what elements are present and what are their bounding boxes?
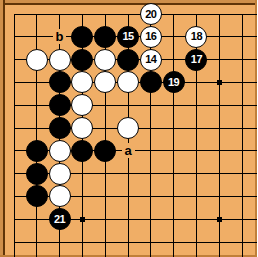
star-point (80, 217, 85, 222)
black-stone (117, 49, 139, 71)
white-stone (71, 94, 93, 116)
stone-14: 14 (140, 49, 162, 71)
move-number: 15 (122, 31, 133, 42)
move-number: 19 (168, 77, 179, 88)
black-stone (140, 71, 162, 93)
point-label-b: b (53, 29, 66, 44)
grid-horizontal-line (14, 242, 258, 243)
grid-vertical-line (242, 14, 243, 257)
white-stone (49, 163, 71, 185)
white-stone (71, 117, 93, 139)
grid-horizontal-line (14, 14, 258, 15)
move-number: 20 (145, 9, 156, 20)
stone-19: 19 (163, 71, 185, 93)
white-stone (49, 185, 71, 207)
board-top-border (0, 0, 257, 5)
star-point (217, 80, 222, 85)
black-stone (26, 185, 48, 207)
stone-15: 15 (117, 26, 139, 48)
go-diagram: 2015161814171921ba (0, 0, 257, 257)
move-number: 16 (145, 31, 156, 42)
white-stone (117, 117, 139, 139)
black-stone (94, 140, 116, 162)
white-stone (49, 140, 71, 162)
white-stone (94, 49, 116, 71)
move-number: 17 (191, 54, 202, 65)
point-label-a: a (122, 143, 135, 158)
stone-18: 18 (185, 26, 207, 48)
board-left-border (0, 0, 5, 257)
grid-vertical-line (14, 14, 15, 257)
white-stone (26, 49, 48, 71)
stone-16: 16 (140, 26, 162, 48)
black-stone (49, 117, 71, 139)
black-stone (26, 140, 48, 162)
white-stone (117, 71, 139, 93)
white-stone (71, 71, 93, 93)
stone-20: 20 (140, 3, 162, 25)
stone-17: 17 (185, 49, 207, 71)
black-stone (94, 26, 116, 48)
black-stone (71, 26, 93, 48)
star-point (217, 217, 222, 222)
black-stone (71, 140, 93, 162)
black-stone (26, 163, 48, 185)
grid-vertical-line (173, 14, 174, 257)
black-stone (49, 71, 71, 93)
move-number: 18 (191, 31, 202, 42)
stone-21: 21 (49, 208, 71, 230)
move-number: 21 (54, 214, 65, 225)
go-board: 2015161814171921ba (0, 0, 257, 257)
black-stone (71, 49, 93, 71)
white-stone (94, 71, 116, 93)
black-stone (49, 94, 71, 116)
white-stone (49, 49, 71, 71)
move-number: 14 (145, 54, 156, 65)
